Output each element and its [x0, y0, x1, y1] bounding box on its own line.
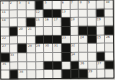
grid-cell[interactable] — [1, 71, 9, 79]
clue-number: 27 — [2, 45, 6, 48]
grid-cell[interactable]: 16 — [44, 18, 52, 26]
black-cell — [62, 18, 70, 26]
grid-cell[interactable] — [105, 52, 113, 60]
grid-cell[interactable] — [18, 36, 26, 44]
grid-cell[interactable] — [53, 27, 61, 35]
black-cell — [53, 10, 61, 18]
grid-cell[interactable]: 22 — [1, 36, 9, 44]
grid-cell[interactable] — [79, 18, 87, 26]
black-cell — [62, 53, 70, 61]
grid-cell[interactable] — [79, 9, 87, 17]
clue-number: 6 — [62, 1, 64, 4]
grid-cell[interactable] — [88, 44, 96, 52]
grid-cell[interactable] — [36, 70, 44, 78]
grid-cell[interactable] — [18, 10, 26, 18]
grid-cell[interactable]: 14 — [1, 19, 9, 27]
black-cell — [10, 71, 18, 79]
grid-cell[interactable]: 11 — [1, 10, 9, 18]
grid-cell[interactable] — [96, 27, 104, 35]
black-cell — [96, 9, 104, 17]
crossword-grid: 1234567891011121314151617181920212223242… — [0, 0, 114, 79]
clue-number: 20 — [19, 27, 23, 30]
black-cell — [79, 70, 87, 78]
grid-cell[interactable] — [97, 70, 105, 78]
clue-number: 32 — [71, 44, 75, 47]
grid-cell[interactable]: 28 — [27, 45, 35, 53]
grid-cell[interactable] — [70, 35, 78, 43]
grid-cell[interactable]: 13 — [62, 10, 70, 18]
grid-cell[interactable]: 23 — [62, 36, 70, 44]
grid-cell[interactable] — [70, 27, 78, 35]
clue-number: 33 — [10, 53, 14, 56]
grid-cell[interactable]: 29 — [36, 44, 44, 52]
grid-cell[interactable] — [27, 62, 35, 70]
black-cell — [105, 26, 113, 34]
grid-cell[interactable] — [10, 36, 18, 44]
grid-cell[interactable]: 3 — [18, 1, 26, 9]
grid-cell[interactable] — [96, 1, 104, 9]
clue-number: 18 — [71, 18, 75, 21]
clue-number: 28 — [28, 45, 32, 48]
grid-cell[interactable] — [44, 27, 52, 35]
grid-cell[interactable]: 2 — [9, 1, 17, 9]
grid-cell[interactable]: 39 — [88, 70, 96, 78]
grid-cell[interactable]: 7 — [70, 1, 78, 9]
grid-cell[interactable]: 33 — [10, 53, 18, 61]
grid-cell[interactable] — [27, 71, 35, 79]
black-cell — [62, 44, 70, 52]
clue-number: 25 — [97, 35, 101, 38]
grid-cell[interactable]: 25 — [97, 35, 105, 43]
clue-number: 38 — [19, 71, 23, 74]
black-cell — [71, 61, 79, 69]
black-cell — [97, 53, 105, 61]
clue-number: 16 — [45, 18, 49, 21]
black-cell — [44, 10, 52, 18]
grid-cell[interactable]: 6 — [62, 1, 70, 9]
grid-cell[interactable] — [27, 36, 35, 44]
clue-number: 23 — [62, 36, 66, 39]
grid-cell[interactable] — [88, 9, 96, 17]
grid-cell[interactable] — [105, 44, 113, 52]
clue-number: 36 — [80, 61, 84, 64]
black-cell — [45, 62, 53, 70]
grid-cell[interactable]: 21 — [27, 27, 35, 35]
clue-number: 7 — [71, 1, 73, 4]
clue-number: 3 — [19, 1, 21, 4]
black-cell — [62, 27, 70, 35]
grid-cell[interactable] — [53, 1, 61, 9]
grid-cell[interactable]: 38 — [19, 71, 27, 79]
black-cell — [44, 36, 52, 44]
clue-number: 26 — [106, 35, 110, 38]
clue-number: 14 — [1, 19, 5, 22]
black-cell — [53, 36, 61, 44]
black-cell — [105, 61, 113, 69]
grid-cell[interactable] — [70, 9, 78, 17]
grid-cell[interactable] — [105, 9, 113, 17]
clue-number: 4 — [27, 1, 29, 4]
clue-number: 34 — [71, 53, 75, 56]
grid-cell[interactable] — [18, 19, 26, 27]
grid-cell[interactable] — [36, 53, 44, 61]
grid-cell[interactable] — [10, 62, 18, 70]
grid-cell[interactable]: 12 — [36, 10, 44, 18]
clue-number: 29 — [36, 44, 40, 47]
black-cell — [71, 70, 79, 78]
grid-cell[interactable] — [27, 53, 35, 61]
grid-cell[interactable] — [36, 27, 44, 35]
grid-cell[interactable] — [53, 70, 61, 78]
grid-cell[interactable] — [106, 70, 114, 78]
grid-cell[interactable]: 18 — [70, 18, 78, 26]
clue-number: 2 — [10, 1, 12, 4]
clue-number: 8 — [79, 1, 81, 4]
clue-number: 39 — [89, 70, 93, 73]
grid-cell[interactable] — [18, 53, 26, 61]
clue-number: 10 — [105, 1, 109, 4]
clue-number: 1 — [1, 1, 3, 4]
grid-cell[interactable]: 27 — [1, 45, 9, 53]
clue-number: 17 — [53, 18, 57, 21]
grid-cell[interactable] — [19, 62, 27, 70]
grid-cell[interactable]: 31 — [53, 44, 61, 52]
grid-cell[interactable]: 17 — [53, 18, 61, 26]
clue-number: 24 — [80, 35, 84, 38]
grid-cell[interactable] — [10, 45, 18, 53]
grid-cell[interactable] — [97, 44, 105, 52]
clue-number: 9 — [88, 1, 90, 4]
grid-cell[interactable]: 9 — [88, 1, 96, 9]
black-cell — [1, 53, 9, 61]
clue-number: 13 — [62, 10, 66, 13]
grid-cell[interactable]: 10 — [105, 1, 113, 9]
black-cell — [88, 27, 96, 35]
grid-cell[interactable]: 26 — [105, 35, 113, 43]
grid-cell[interactable] — [27, 10, 35, 18]
grid-cell[interactable]: 4 — [27, 1, 35, 9]
grid-cell[interactable]: 20 — [18, 27, 26, 35]
clue-number: 12 — [36, 10, 40, 13]
grid-cell[interactable]: 24 — [79, 35, 87, 43]
grid-cell[interactable] — [45, 53, 53, 61]
clue-number: 37 — [97, 61, 101, 64]
black-cell — [79, 27, 87, 35]
grid-cell[interactable]: 1 — [1, 1, 9, 9]
grid-cell[interactable] — [79, 53, 87, 61]
clue-number: 31 — [54, 44, 58, 47]
grid-cell[interactable]: 35 — [1, 62, 9, 70]
grid-cell[interactable] — [79, 44, 87, 52]
black-cell — [27, 19, 35, 27]
clue-number: 35 — [2, 62, 6, 65]
black-cell — [35, 1, 43, 9]
clue-number: 22 — [1, 36, 5, 39]
grid-cell[interactable]: 8 — [79, 1, 87, 9]
clue-number: 19 — [97, 18, 101, 21]
grid-cell[interactable] — [88, 18, 96, 26]
grid-cell[interactable] — [88, 53, 96, 61]
grid-cell[interactable]: 36 — [79, 61, 87, 69]
black-cell — [88, 35, 96, 43]
grid-cell[interactable]: 37 — [97, 61, 105, 69]
clue-number: 11 — [1, 10, 5, 13]
grid-cell[interactable] — [88, 61, 96, 69]
grid-cell[interactable] — [53, 53, 61, 61]
grid-cell[interactable]: 5 — [44, 1, 52, 9]
black-cell — [36, 36, 44, 44]
grid-cell[interactable]: 19 — [96, 18, 104, 26]
black-cell — [53, 62, 61, 70]
black-cell — [62, 70, 70, 78]
black-cell — [10, 27, 18, 35]
grid-cell[interactable] — [9, 10, 17, 18]
grid-cell[interactable] — [105, 18, 113, 26]
clue-number: 21 — [27, 27, 31, 30]
grid-cell[interactable] — [36, 62, 44, 70]
grid-cell[interactable] — [45, 70, 53, 78]
grid-cell[interactable] — [1, 27, 9, 35]
black-cell — [18, 45, 26, 53]
clue-number: 30 — [45, 44, 49, 47]
grid-cell[interactable]: 32 — [71, 44, 79, 52]
grid-cell[interactable]: 15 — [36, 18, 44, 26]
clue-number: 15 — [36, 18, 40, 21]
grid-cell[interactable] — [10, 19, 18, 27]
grid-cell[interactable]: 30 — [44, 44, 52, 52]
grid-cell[interactable]: 34 — [71, 53, 79, 61]
clue-number: 5 — [45, 1, 47, 4]
grid-cell[interactable] — [62, 62, 70, 70]
